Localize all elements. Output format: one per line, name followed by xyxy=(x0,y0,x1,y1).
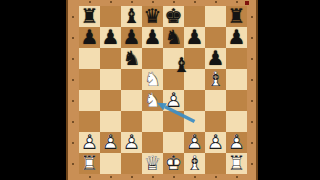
piece-outline: ♙ xyxy=(226,132,247,153)
frame-coordinate-tick xyxy=(251,79,253,81)
piece-black-pawn[interactable]: ♟ xyxy=(184,27,205,48)
square-e4[interactable]: ♟♙ xyxy=(163,90,184,111)
piece-outline: ♕ xyxy=(142,153,163,174)
square-g5[interactable]: ♝♗ xyxy=(205,69,226,90)
frame-coordinate-tick xyxy=(251,121,253,123)
piece-glyph: ♟ xyxy=(121,27,142,48)
square-a3[interactable] xyxy=(79,111,100,132)
square-h7[interactable]: ♟ xyxy=(226,27,247,48)
square-c5[interactable] xyxy=(121,69,142,90)
piece-black-pawn[interactable]: ♟ xyxy=(121,27,142,48)
chess-app-stage: ♜♝♛♚♜♟♟♟♟♞♟♟♞♝♟♞♘♝♗♞♘♟♙♟♙♟♙♟♙♟♙♟♙♟♙♜♖♛♕♚… xyxy=(0,0,320,180)
frame-coordinate-tick xyxy=(194,176,196,178)
square-e7[interactable]: ♞ xyxy=(163,27,184,48)
piece-white-knight[interactable]: ♞♘ xyxy=(142,90,163,111)
square-h3[interactable] xyxy=(226,111,247,132)
square-b1[interactable] xyxy=(100,153,121,174)
square-g6[interactable]: ♟ xyxy=(205,48,226,69)
frame-coordinate-tick xyxy=(72,79,74,81)
frame-coordinate-tick xyxy=(89,176,91,178)
frame-coordinate-tick xyxy=(72,100,74,102)
piece-outline: ♘ xyxy=(142,90,163,111)
square-f1[interactable]: ♝♗ xyxy=(184,153,205,174)
frame-coordinate-tick xyxy=(72,37,74,39)
square-g4[interactable] xyxy=(205,90,226,111)
frame-coordinate-tick xyxy=(131,176,133,178)
piece-black-queen[interactable]: ♛ xyxy=(142,6,163,27)
square-a5[interactable] xyxy=(79,69,100,90)
square-b5[interactable] xyxy=(100,69,121,90)
piece-glyph: ♟ xyxy=(184,27,205,48)
piece-glyph: ♛ xyxy=(142,6,163,27)
piece-outline: ♔ xyxy=(163,153,184,174)
square-g3[interactable] xyxy=(205,111,226,132)
frame-coordinate-tick xyxy=(251,142,253,144)
frame-coordinate-tick xyxy=(173,1,175,3)
frame-coordinate-tick xyxy=(215,176,217,178)
square-e1[interactable]: ♚♔ xyxy=(163,153,184,174)
piece-glyph: ♝ xyxy=(121,6,142,27)
piece-outline: ♗ xyxy=(205,69,226,90)
piece-black-rook[interactable]: ♜ xyxy=(79,6,100,27)
piece-white-bishop[interactable]: ♝♗ xyxy=(205,69,226,90)
square-d7[interactable]: ♟ xyxy=(142,27,163,48)
square-a4[interactable] xyxy=(79,90,100,111)
square-b8[interactable] xyxy=(100,6,121,27)
piece-black-pawn[interactable]: ♟ xyxy=(142,27,163,48)
piece-black-bishop[interactable]: ♝ xyxy=(121,6,142,27)
square-c7[interactable]: ♟ xyxy=(121,27,142,48)
piece-white-pawn[interactable]: ♟♙ xyxy=(79,132,100,153)
square-c2[interactable]: ♟♙ xyxy=(121,132,142,153)
frame-coordinate-tick xyxy=(152,1,154,3)
piece-white-bishop[interactable]: ♝♗ xyxy=(184,153,205,174)
square-h4[interactable] xyxy=(226,90,247,111)
piece-glyph: ♞ xyxy=(163,27,184,48)
frame-coordinate-tick xyxy=(251,37,253,39)
square-b2[interactable]: ♟♙ xyxy=(100,132,121,153)
frame-coordinate-tick xyxy=(152,176,154,178)
square-h8[interactable]: ♜ xyxy=(226,6,247,27)
piece-glyph: ♟ xyxy=(142,27,163,48)
piece-white-knight[interactable]: ♞♘ xyxy=(142,69,163,90)
piece-black-knight[interactable]: ♞ xyxy=(121,48,142,69)
board-frame-right-edge xyxy=(256,0,258,180)
piece-outline: ♗ xyxy=(184,153,205,174)
piece-glyph: ♟ xyxy=(100,27,121,48)
square-f4[interactable] xyxy=(184,90,205,111)
square-d5[interactable]: ♞♘ xyxy=(142,69,163,90)
square-d1[interactable]: ♛♕ xyxy=(142,153,163,174)
square-e2[interactable] xyxy=(163,132,184,153)
frame-coordinate-tick xyxy=(131,1,133,3)
piece-white-rook[interactable]: ♜♖ xyxy=(226,153,247,174)
frame-coordinate-tick xyxy=(236,1,238,3)
piece-glyph: ♟ xyxy=(79,27,100,48)
piece-glyph: ♚ xyxy=(163,6,184,27)
square-a8[interactable]: ♜ xyxy=(79,6,100,27)
square-c8[interactable]: ♝ xyxy=(121,6,142,27)
square-e6[interactable]: ♝ xyxy=(163,48,184,69)
piece-glyph: ♝ xyxy=(171,55,192,76)
square-c4[interactable] xyxy=(121,90,142,111)
square-a2[interactable]: ♟♙ xyxy=(79,132,100,153)
piece-black-pawn[interactable]: ♟ xyxy=(205,48,226,69)
piece-white-pawn[interactable]: ♟♙ xyxy=(226,132,247,153)
frame-coordinate-tick xyxy=(251,58,253,60)
square-c1[interactable] xyxy=(121,153,142,174)
frame-coordinate-tick xyxy=(110,1,112,3)
square-b6[interactable] xyxy=(100,48,121,69)
square-h1[interactable]: ♜♖ xyxy=(226,153,247,174)
piece-outline: ♙ xyxy=(163,90,184,111)
frame-coordinate-tick xyxy=(215,1,217,3)
frame-coordinate-tick xyxy=(72,142,74,144)
board-frame-left-edge xyxy=(66,0,68,180)
square-h6[interactable] xyxy=(226,48,247,69)
square-b3[interactable] xyxy=(100,111,121,132)
piece-white-queen[interactable]: ♛♕ xyxy=(142,153,163,174)
piece-outline: ♙ xyxy=(205,132,226,153)
square-d2[interactable] xyxy=(142,132,163,153)
piece-glyph: ♞ xyxy=(121,48,142,69)
frame-coordinate-tick xyxy=(251,16,253,18)
square-f3[interactable] xyxy=(184,111,205,132)
piece-outline: ♙ xyxy=(79,132,100,153)
square-g2[interactable]: ♟♙ xyxy=(205,132,226,153)
square-d6[interactable] xyxy=(142,48,163,69)
square-d3[interactable] xyxy=(142,111,163,132)
piece-white-rook[interactable]: ♜♖ xyxy=(79,153,100,174)
piece-black-rook[interactable]: ♜ xyxy=(226,6,247,27)
square-a1[interactable]: ♜♖ xyxy=(79,153,100,174)
square-e3[interactable] xyxy=(163,111,184,132)
piece-outline: ♖ xyxy=(79,153,100,174)
frame-coordinate-tick xyxy=(89,1,91,3)
piece-black-bishop[interactable]: ♝ xyxy=(171,55,192,76)
square-d8[interactable]: ♛ xyxy=(142,6,163,27)
frame-coordinate-tick xyxy=(72,58,74,60)
piece-outline: ♙ xyxy=(184,132,205,153)
piece-white-pawn[interactable]: ♟♙ xyxy=(163,90,184,111)
square-c6[interactable]: ♞ xyxy=(121,48,142,69)
frame-coordinate-tick xyxy=(72,16,74,18)
square-f8[interactable] xyxy=(184,6,205,27)
square-g8[interactable] xyxy=(205,6,226,27)
piece-outline: ♙ xyxy=(121,132,142,153)
frame-coordinate-tick xyxy=(72,163,74,165)
piece-glyph: ♜ xyxy=(79,6,100,27)
square-d4[interactable]: ♞♘ xyxy=(142,90,163,111)
square-a7[interactable]: ♟ xyxy=(79,27,100,48)
piece-black-king[interactable]: ♚ xyxy=(163,6,184,27)
piece-outline: ♘ xyxy=(142,69,163,90)
frame-coordinate-tick xyxy=(194,1,196,3)
piece-black-knight[interactable]: ♞ xyxy=(163,27,184,48)
square-b4[interactable] xyxy=(100,90,121,111)
piece-black-pawn[interactable]: ♟ xyxy=(79,27,100,48)
frame-coordinate-tick xyxy=(110,176,112,178)
frame-coordinate-tick xyxy=(251,163,253,165)
piece-white-pawn[interactable]: ♟♙ xyxy=(205,132,226,153)
square-b7[interactable]: ♟ xyxy=(100,27,121,48)
piece-black-pawn[interactable]: ♟ xyxy=(226,27,247,48)
frame-coordinate-tick xyxy=(236,176,238,178)
frame-coordinate-tick xyxy=(72,121,74,123)
square-h5[interactable] xyxy=(226,69,247,90)
piece-white-pawn[interactable]: ♟♙ xyxy=(100,132,121,153)
piece-white-pawn[interactable]: ♟♙ xyxy=(184,132,205,153)
piece-glyph: ♟ xyxy=(205,48,226,69)
piece-outline: ♙ xyxy=(100,132,121,153)
chess-board[interactable]: ♜♝♛♚♜♟♟♟♟♞♟♟♞♝♟♞♘♝♗♞♘♟♙♟♙♟♙♟♙♟♙♟♙♟♙♜♖♛♕♚… xyxy=(79,6,247,174)
square-f2[interactable]: ♟♙ xyxy=(184,132,205,153)
piece-white-pawn[interactable]: ♟♙ xyxy=(121,132,142,153)
frame-coordinate-tick xyxy=(251,100,253,102)
square-f7[interactable]: ♟ xyxy=(184,27,205,48)
piece-outline: ♖ xyxy=(226,153,247,174)
square-h2[interactable]: ♟♙ xyxy=(226,132,247,153)
square-g7[interactable] xyxy=(205,27,226,48)
corner-marker-dot xyxy=(245,1,249,5)
piece-white-king[interactable]: ♚♔ xyxy=(163,153,184,174)
square-a6[interactable] xyxy=(79,48,100,69)
square-e8[interactable]: ♚ xyxy=(163,6,184,27)
chess-board-frame: ♜♝♛♚♜♟♟♟♟♞♟♟♞♝♟♞♘♝♗♞♘♟♙♟♙♟♙♟♙♟♙♟♙♟♙♜♖♛♕♚… xyxy=(66,0,258,180)
square-g1[interactable] xyxy=(205,153,226,174)
piece-black-pawn[interactable]: ♟ xyxy=(100,27,121,48)
piece-glyph: ♟ xyxy=(226,27,247,48)
frame-coordinate-tick xyxy=(173,176,175,178)
square-c3[interactable] xyxy=(121,111,142,132)
piece-glyph: ♜ xyxy=(226,6,247,27)
